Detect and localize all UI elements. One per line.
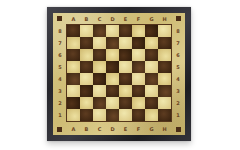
square-b1 bbox=[80, 109, 93, 121]
rank-label-5: 5 bbox=[172, 61, 184, 73]
square-f7 bbox=[132, 37, 145, 49]
square-c6 bbox=[93, 49, 106, 61]
square-a8 bbox=[67, 25, 80, 37]
file-labels-top: ABCDEFGH bbox=[67, 14, 171, 24]
rank-label-3: 3 bbox=[172, 85, 184, 97]
chessboard: ABCDEFGH 87654321 87654321 ABCDEFGH bbox=[47, 7, 191, 141]
rank-labels-right: 87654321 bbox=[172, 25, 184, 121]
square-d3 bbox=[106, 85, 119, 97]
square-b2 bbox=[80, 97, 93, 109]
square-h1 bbox=[158, 109, 171, 121]
coordinate-border: ABCDEFGH 87654321 87654321 ABCDEFGH bbox=[53, 13, 185, 135]
rank-label-8: 8 bbox=[54, 25, 66, 37]
square-c8 bbox=[93, 25, 106, 37]
square-a5 bbox=[67, 61, 80, 73]
square-h6 bbox=[158, 49, 171, 61]
square-g7 bbox=[145, 37, 158, 49]
square-g6 bbox=[145, 49, 158, 61]
rank-labels-left: 87654321 bbox=[54, 25, 66, 121]
rank-label-5: 5 bbox=[54, 61, 66, 73]
square-d7 bbox=[106, 37, 119, 49]
square-g1 bbox=[145, 109, 158, 121]
square-f3 bbox=[132, 85, 145, 97]
square-f4 bbox=[132, 73, 145, 85]
corner-inlay-top-left bbox=[57, 16, 62, 21]
rank-label-2: 2 bbox=[172, 97, 184, 109]
square-h4 bbox=[158, 73, 171, 85]
square-f1 bbox=[132, 109, 145, 121]
square-g5 bbox=[145, 61, 158, 73]
file-label-h: H bbox=[158, 14, 171, 24]
file-label-d: D bbox=[106, 124, 119, 134]
square-f8 bbox=[132, 25, 145, 37]
square-a7 bbox=[67, 37, 80, 49]
square-e2 bbox=[119, 97, 132, 109]
square-f6 bbox=[132, 49, 145, 61]
square-b3 bbox=[80, 85, 93, 97]
square-c3 bbox=[93, 85, 106, 97]
corner-inlay-bottom-right bbox=[176, 127, 181, 132]
corner-inlay-bottom-left bbox=[57, 127, 62, 132]
square-h7 bbox=[158, 37, 171, 49]
square-c7 bbox=[93, 37, 106, 49]
square-c4 bbox=[93, 73, 106, 85]
square-e4 bbox=[119, 73, 132, 85]
file-label-a: A bbox=[67, 14, 80, 24]
rank-label-2: 2 bbox=[54, 97, 66, 109]
board-grid bbox=[66, 24, 172, 122]
file-label-f: F bbox=[132, 124, 145, 134]
file-label-c: C bbox=[93, 124, 106, 134]
square-a6 bbox=[67, 49, 80, 61]
square-d6 bbox=[106, 49, 119, 61]
square-a2 bbox=[67, 97, 80, 109]
file-label-g: G bbox=[145, 124, 158, 134]
square-e5 bbox=[119, 61, 132, 73]
square-d2 bbox=[106, 97, 119, 109]
rank-label-1: 1 bbox=[172, 109, 184, 121]
file-label-e: E bbox=[119, 124, 132, 134]
file-label-h: H bbox=[158, 124, 171, 134]
rank-label-8: 8 bbox=[172, 25, 184, 37]
square-h3 bbox=[158, 85, 171, 97]
square-a1 bbox=[67, 109, 80, 121]
square-e3 bbox=[119, 85, 132, 97]
square-f2 bbox=[132, 97, 145, 109]
square-b4 bbox=[80, 73, 93, 85]
file-label-d: D bbox=[106, 14, 119, 24]
square-g2 bbox=[145, 97, 158, 109]
rank-label-7: 7 bbox=[172, 37, 184, 49]
file-label-b: B bbox=[80, 14, 93, 24]
file-labels-bottom: ABCDEFGH bbox=[67, 124, 171, 134]
square-h8 bbox=[158, 25, 171, 37]
square-a4 bbox=[67, 73, 80, 85]
square-f5 bbox=[132, 61, 145, 73]
file-label-g: G bbox=[145, 14, 158, 24]
square-g4 bbox=[145, 73, 158, 85]
rank-label-3: 3 bbox=[54, 85, 66, 97]
corner-inlay-top-right bbox=[176, 16, 181, 21]
square-e1 bbox=[119, 109, 132, 121]
square-b7 bbox=[80, 37, 93, 49]
file-label-f: F bbox=[132, 14, 145, 24]
file-label-b: B bbox=[80, 124, 93, 134]
square-b8 bbox=[80, 25, 93, 37]
square-e6 bbox=[119, 49, 132, 61]
square-g3 bbox=[145, 85, 158, 97]
rank-label-7: 7 bbox=[54, 37, 66, 49]
square-h5 bbox=[158, 61, 171, 73]
square-a3 bbox=[67, 85, 80, 97]
file-label-e: E bbox=[119, 14, 132, 24]
rank-label-6: 6 bbox=[172, 49, 184, 61]
square-d4 bbox=[106, 73, 119, 85]
rank-label-6: 6 bbox=[54, 49, 66, 61]
square-b6 bbox=[80, 49, 93, 61]
file-label-a: A bbox=[67, 124, 80, 134]
rank-label-1: 1 bbox=[54, 109, 66, 121]
square-h2 bbox=[158, 97, 171, 109]
rank-label-4: 4 bbox=[172, 73, 184, 85]
file-label-c: C bbox=[93, 14, 106, 24]
square-d5 bbox=[106, 61, 119, 73]
square-e7 bbox=[119, 37, 132, 49]
square-e8 bbox=[119, 25, 132, 37]
square-g8 bbox=[145, 25, 158, 37]
photo-background: ABCDEFGH 87654321 87654321 ABCDEFGH bbox=[0, 0, 240, 150]
square-d8 bbox=[106, 25, 119, 37]
square-c2 bbox=[93, 97, 106, 109]
square-b5 bbox=[80, 61, 93, 73]
square-d1 bbox=[106, 109, 119, 121]
square-c5 bbox=[93, 61, 106, 73]
square-c1 bbox=[93, 109, 106, 121]
rank-label-4: 4 bbox=[54, 73, 66, 85]
